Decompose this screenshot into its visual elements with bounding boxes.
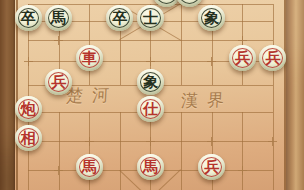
piece-glyph: 相	[21, 130, 36, 145]
red-elephant[interactable]: 相	[15, 125, 42, 151]
black-soldier[interactable]: 卒	[106, 5, 133, 31]
piece-glyph: 卒	[21, 10, 36, 25]
river-label-chu-he: 楚河	[65, 84, 118, 108]
xiangqi-board[interactable]: 楚河 漢界 卒馬卒士象象車兵兵兵炮仕相馬馬兵	[0, 0, 304, 190]
piece-glyph: 象	[143, 74, 158, 89]
piece-glyph: 炮	[21, 101, 36, 116]
river-label-han-jie: 漢界	[180, 89, 233, 113]
grid-line	[181, 4, 182, 85]
clipped-piece-top-edge[interactable]	[176, 0, 203, 7]
piece-glyph: 仕	[143, 101, 158, 116]
point-marker	[238, 166, 247, 175]
black-horse[interactable]: 馬	[45, 5, 72, 31]
piece-glyph: 兵	[51, 74, 66, 89]
black-elephant[interactable]: 象	[198, 5, 225, 31]
piece-ring	[156, 0, 177, 4]
board-left-border-line	[16, 0, 18, 190]
point-marker	[207, 57, 216, 66]
grid-line	[120, 112, 121, 190]
red-horse[interactable]: 馬	[137, 154, 164, 180]
piece-glyph: 象	[204, 10, 219, 25]
point-marker	[146, 137, 155, 146]
grid-line	[273, 4, 274, 190]
grid-line	[59, 112, 60, 190]
grid-line	[242, 112, 243, 190]
point-marker	[207, 137, 216, 146]
grid-line	[181, 112, 182, 190]
point-marker	[24, 57, 33, 66]
point-marker	[85, 137, 94, 146]
red-soldier[interactable]: 兵	[45, 69, 72, 95]
piece-glyph: 兵	[204, 159, 219, 174]
piece-glyph: 馬	[51, 10, 66, 25]
black-advisor[interactable]: 士	[137, 5, 164, 31]
red-soldier[interactable]: 兵	[198, 154, 225, 180]
piece-glyph: 車	[82, 50, 97, 65]
red-cannon[interactable]: 炮	[15, 96, 42, 122]
point-marker	[54, 36, 63, 45]
point-marker	[268, 137, 277, 146]
piece-ring	[179, 0, 200, 4]
point-marker	[54, 166, 63, 175]
wooden-frame-left	[0, 0, 15, 190]
piece-glyph: 馬	[82, 159, 97, 174]
red-advisor[interactable]: 仕	[137, 96, 164, 122]
red-horse[interactable]: 馬	[76, 154, 103, 180]
piece-glyph: 卒	[112, 10, 127, 25]
red-chariot[interactable]: 車	[76, 45, 103, 71]
piece-glyph: 兵	[265, 50, 280, 65]
point-marker	[238, 36, 247, 45]
piece-glyph: 馬	[143, 159, 158, 174]
red-soldier[interactable]: 兵	[229, 45, 256, 71]
black-soldier[interactable]: 卒	[15, 5, 42, 31]
piece-glyph: 士	[143, 10, 158, 25]
wooden-frame-right	[286, 0, 304, 190]
red-soldier[interactable]: 兵	[259, 45, 286, 71]
point-marker	[146, 57, 155, 66]
piece-glyph: 兵	[235, 50, 250, 65]
black-elephant[interactable]: 象	[137, 69, 164, 95]
